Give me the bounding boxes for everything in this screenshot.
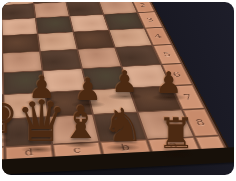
piece-e8: ♚ <box>2 89 16 141</box>
square-a3 <box>104 13 143 30</box>
square-b2 <box>67 2 103 16</box>
piece-a8: ♜ <box>154 113 198 155</box>
piece-b8: ♞ <box>101 102 145 148</box>
square-c4 <box>38 32 76 51</box>
square-d4 <box>3 34 39 53</box>
square-d2 <box>2 4 35 20</box>
piece-a7: ♟ <box>147 68 191 98</box>
photo-backdrop: 12345678hgfedcba ♜♞♝♛♚♟♟♟♟ <box>2 2 234 175</box>
chess-set-photo: 12345678hgfedcba ♜♞♝♛♚♟♟♟♟ <box>0 0 236 181</box>
square-c2 <box>34 2 68 17</box>
square-c5 <box>41 50 81 70</box>
square-b3 <box>70 15 108 32</box>
piece-d8: ♛ <box>16 93 60 150</box>
square-c3 <box>36 17 72 34</box>
square-b4 <box>74 30 114 48</box>
square-a4 <box>110 29 152 47</box>
square-d3 <box>2 18 37 35</box>
